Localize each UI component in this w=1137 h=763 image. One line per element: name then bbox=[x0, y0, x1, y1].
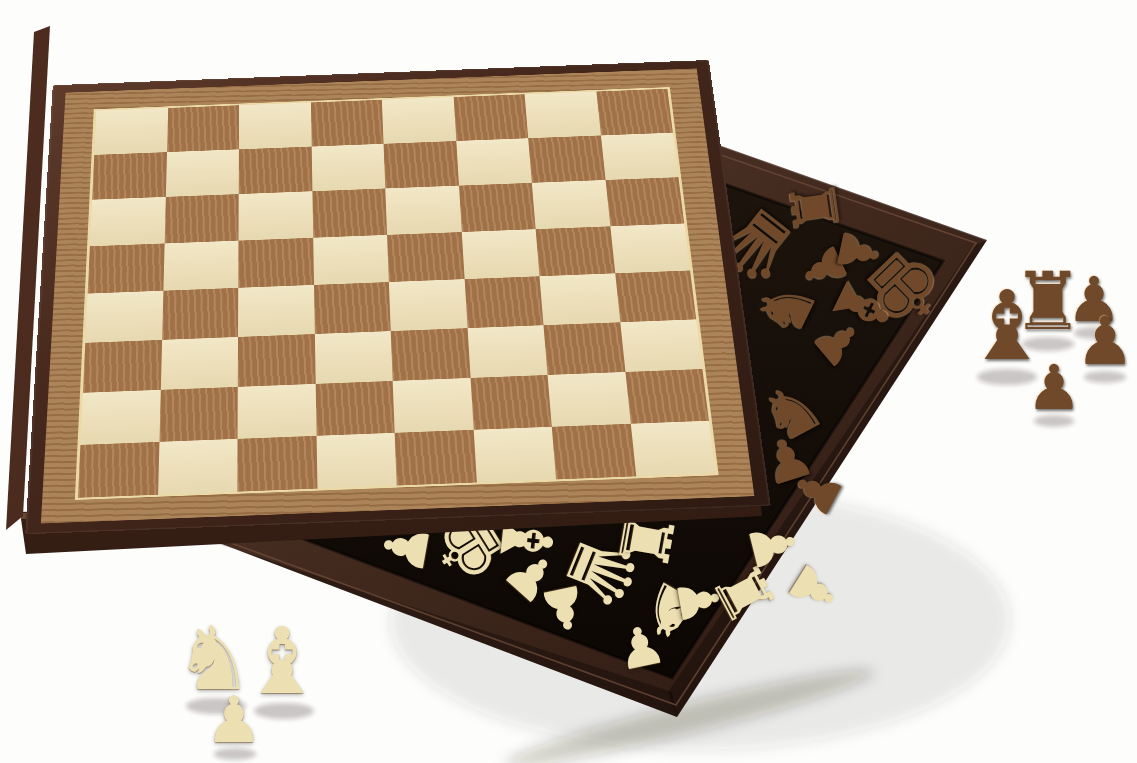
board-square bbox=[158, 439, 238, 495]
board-square bbox=[159, 387, 238, 442]
board-square bbox=[532, 180, 610, 229]
board-square bbox=[238, 334, 315, 387]
board-square bbox=[552, 423, 636, 479]
board-square bbox=[393, 378, 474, 433]
board-square bbox=[384, 141, 459, 189]
board-square bbox=[625, 369, 709, 423]
board-square bbox=[470, 375, 552, 430]
board-square bbox=[539, 273, 619, 325]
board-square bbox=[162, 288, 239, 340]
board-square bbox=[453, 94, 528, 140]
board-square bbox=[239, 103, 311, 150]
board-square bbox=[543, 322, 625, 375]
board-square bbox=[165, 149, 238, 197]
board-square bbox=[163, 240, 239, 290]
board-square bbox=[311, 144, 385, 192]
board-square bbox=[312, 188, 387, 237]
board-square bbox=[461, 229, 539, 279]
board-square bbox=[389, 279, 467, 331]
board-square bbox=[395, 429, 477, 485]
board-square bbox=[387, 232, 464, 282]
board-square bbox=[391, 328, 470, 381]
board-square bbox=[238, 384, 317, 439]
board-square bbox=[473, 426, 556, 482]
board-square bbox=[238, 285, 314, 337]
board-square bbox=[459, 183, 536, 232]
board-square bbox=[548, 372, 631, 426]
board-square bbox=[310, 100, 383, 147]
board-square bbox=[316, 432, 397, 488]
board-outer-frame bbox=[25, 60, 770, 534]
board-square bbox=[536, 226, 615, 276]
board-square bbox=[160, 337, 238, 390]
board-square bbox=[456, 138, 532, 186]
board-square bbox=[88, 243, 165, 293]
board-walnut-frame bbox=[41, 68, 755, 523]
board-square bbox=[605, 177, 684, 226]
board-square bbox=[167, 105, 240, 152]
board-grid bbox=[75, 87, 719, 500]
board-square bbox=[90, 197, 165, 246]
board-square bbox=[237, 436, 317, 492]
board-square bbox=[467, 325, 547, 378]
board-square bbox=[528, 135, 605, 183]
board-square bbox=[164, 194, 239, 243]
scene: Product photo: walnut and maple chessboa… bbox=[0, 0, 1137, 763]
board-square bbox=[94, 108, 167, 155]
board-square bbox=[314, 331, 392, 384]
board-square bbox=[238, 191, 312, 240]
board-square bbox=[464, 276, 543, 328]
board-square bbox=[239, 146, 312, 194]
board-square bbox=[92, 152, 166, 200]
board-square bbox=[600, 132, 678, 180]
board-square bbox=[525, 92, 601, 138]
board-square bbox=[620, 319, 703, 372]
board-square bbox=[83, 340, 162, 393]
board-square bbox=[630, 420, 715, 476]
board-square bbox=[596, 89, 673, 135]
board-square bbox=[610, 223, 690, 273]
board-square bbox=[78, 442, 159, 498]
board-square bbox=[615, 270, 696, 322]
board-square bbox=[80, 390, 160, 445]
chessboard bbox=[25, 60, 770, 534]
board-square bbox=[238, 237, 313, 287]
board-square bbox=[385, 186, 461, 235]
board-square bbox=[382, 97, 456, 144]
board-square bbox=[313, 235, 389, 285]
board-square bbox=[314, 282, 391, 334]
board-square bbox=[315, 381, 394, 436]
board-square bbox=[85, 291, 163, 343]
